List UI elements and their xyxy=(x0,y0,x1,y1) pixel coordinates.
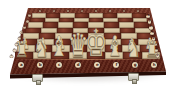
white-king-e1: ♚ xyxy=(85,26,108,63)
right-clasp xyxy=(128,73,139,81)
white-bishop-c1: ♝ xyxy=(51,34,68,62)
rank-label-right-5: 5 xyxy=(150,32,154,36)
rank-label-right-8: 8 xyxy=(146,15,150,19)
white-knight-b1: ♞ xyxy=(33,36,48,61)
rank-label-left-5: 5 xyxy=(20,31,23,34)
rank-label-left-1: 1 xyxy=(10,55,13,58)
rank-label-right-7: 7 xyxy=(148,20,152,24)
rank-label-left-7: 7 xyxy=(26,20,29,23)
left-clasp xyxy=(32,74,43,82)
product-photo: abcdefgh1234567812345678abcdefgh♟♟♟♟♟♟♟♟… xyxy=(0,0,175,105)
white-rook-h1: ♜ xyxy=(145,39,158,61)
white-bishop-f1: ♝ xyxy=(106,34,123,62)
white-knight-g1: ♞ xyxy=(126,36,141,61)
rank-label-right-6: 6 xyxy=(149,26,153,30)
rank-label-left-6: 6 xyxy=(23,26,26,29)
white-rook-a1: ♜ xyxy=(16,39,29,61)
